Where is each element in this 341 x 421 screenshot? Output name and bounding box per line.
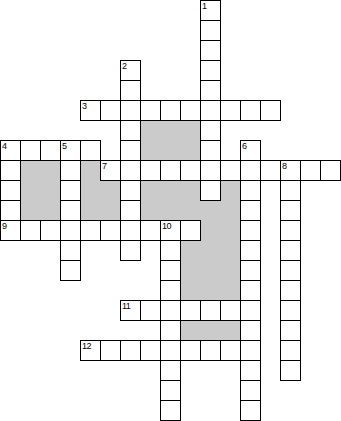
open-cell-r12-c12[interactable] bbox=[240, 240, 261, 261]
blocked-cell-r16-c9 bbox=[180, 320, 201, 341]
clue-number-1: 1 bbox=[202, 1, 207, 11]
open-cell-r7-c0[interactable]: 4 bbox=[0, 140, 21, 161]
blocked-cell-r6-c7 bbox=[140, 120, 161, 141]
open-cell-r15-c6[interactable]: 11 bbox=[120, 300, 141, 321]
clue-number-5: 5 bbox=[62, 141, 67, 151]
open-cell-r7-c10[interactable] bbox=[200, 140, 221, 161]
open-cell-r8-c14[interactable]: 8 bbox=[280, 160, 301, 181]
open-cell-r10-c0[interactable] bbox=[0, 200, 21, 221]
open-cell-r16-c8[interactable] bbox=[160, 320, 181, 341]
blocked-cell-r10-c2 bbox=[40, 200, 61, 221]
open-cell-r18-c14[interactable] bbox=[280, 360, 301, 381]
blocked-cell-r7-c8 bbox=[160, 140, 181, 161]
blocked-cell-r11-c11 bbox=[220, 220, 241, 241]
open-cell-r8-c8[interactable] bbox=[160, 160, 181, 181]
open-cell-r1-c10[interactable] bbox=[200, 20, 221, 41]
open-cell-r15-c12[interactable] bbox=[240, 300, 261, 321]
open-cell-r6-c6[interactable] bbox=[120, 120, 141, 141]
open-cell-r14-c8[interactable] bbox=[160, 280, 181, 301]
open-cell-r9-c10[interactable] bbox=[200, 180, 221, 201]
blocked-cell-r11-c10 bbox=[200, 220, 221, 241]
clue-number-8: 8 bbox=[282, 161, 287, 171]
open-cell-r5-c12[interactable] bbox=[240, 100, 261, 121]
open-cell-r12-c14[interactable] bbox=[280, 240, 301, 261]
blocked-cell-r10-c4 bbox=[80, 200, 101, 221]
open-cell-r2-c10[interactable] bbox=[200, 40, 221, 61]
open-cell-r19-c8[interactable] bbox=[160, 380, 181, 401]
open-cell-r15-c14[interactable] bbox=[280, 300, 301, 321]
open-cell-r17-c11[interactable] bbox=[220, 340, 241, 361]
open-cell-r8-c0[interactable] bbox=[0, 160, 21, 181]
open-cell-r17-c8[interactable] bbox=[160, 340, 181, 361]
open-cell-r4-c6[interactable] bbox=[120, 80, 141, 101]
open-cell-r0-c10[interactable]: 1 bbox=[200, 0, 221, 21]
open-cell-r5-c13[interactable] bbox=[260, 100, 281, 121]
blocked-cell-r14-c9 bbox=[180, 280, 201, 301]
clue-number-3: 3 bbox=[82, 101, 87, 111]
open-cell-r11-c2[interactable] bbox=[40, 220, 61, 241]
blocked-cell-r9-c1 bbox=[20, 180, 41, 201]
open-cell-r5-c4[interactable]: 3 bbox=[80, 100, 101, 121]
blocked-cell-r9-c8 bbox=[160, 180, 181, 201]
open-cell-r10-c12[interactable] bbox=[240, 200, 261, 221]
open-cell-r12-c3[interactable] bbox=[60, 240, 81, 261]
clue-number-9: 9 bbox=[2, 221, 7, 231]
open-cell-r17-c6[interactable] bbox=[120, 340, 141, 361]
blocked-cell-r9-c4 bbox=[80, 180, 101, 201]
clue-number-2: 2 bbox=[122, 61, 127, 71]
open-cell-r8-c3[interactable] bbox=[60, 160, 81, 181]
blocked-cell-r10-c7 bbox=[140, 200, 161, 221]
open-cell-r11-c1[interactable] bbox=[20, 220, 41, 241]
open-cell-r17-c12[interactable] bbox=[240, 340, 261, 361]
blocked-cell-r12-c10 bbox=[200, 240, 221, 261]
clue-number-12: 12 bbox=[82, 341, 91, 351]
open-cell-r5-c9[interactable] bbox=[180, 100, 201, 121]
open-cell-r10-c6[interactable] bbox=[120, 200, 141, 221]
open-cell-r5-c8[interactable] bbox=[160, 100, 181, 121]
open-cell-r17-c14[interactable] bbox=[280, 340, 301, 361]
open-cell-r11-c0[interactable]: 9 bbox=[0, 220, 21, 241]
blocked-cell-r14-c11 bbox=[220, 280, 241, 301]
blocked-cell-r7-c7 bbox=[140, 140, 161, 161]
open-cell-r15-c10[interactable] bbox=[200, 300, 221, 321]
open-cell-r5-c11[interactable] bbox=[220, 100, 241, 121]
open-cell-r12-c8[interactable] bbox=[160, 240, 181, 261]
open-cell-r19-c12[interactable] bbox=[240, 380, 261, 401]
open-cell-r8-c6[interactable] bbox=[120, 160, 141, 181]
clue-number-10: 10 bbox=[162, 221, 171, 231]
open-cell-r8-c10[interactable] bbox=[200, 160, 221, 181]
open-cell-r13-c8[interactable] bbox=[160, 260, 181, 281]
open-cell-r13-c3[interactable] bbox=[60, 260, 81, 281]
open-cell-r17-c9[interactable] bbox=[180, 340, 201, 361]
open-cell-r9-c14[interactable] bbox=[280, 180, 301, 201]
open-cell-r9-c3[interactable] bbox=[60, 180, 81, 201]
open-cell-r17-c5[interactable] bbox=[100, 340, 121, 361]
open-cell-r8-c16[interactable] bbox=[320, 160, 341, 181]
open-cell-r3-c10[interactable] bbox=[200, 60, 221, 81]
open-cell-r15-c9[interactable] bbox=[180, 300, 201, 321]
open-cell-r9-c12[interactable] bbox=[240, 180, 261, 201]
open-cell-r8-c9[interactable] bbox=[180, 160, 201, 181]
open-cell-r16-c12[interactable] bbox=[240, 320, 261, 341]
open-cell-r10-c3[interactable] bbox=[60, 200, 81, 221]
open-cell-r15-c11[interactable] bbox=[220, 300, 241, 321]
open-cell-r7-c12[interactable]: 6 bbox=[240, 140, 261, 161]
crossword-board: 123456789101112 bbox=[0, 0, 341, 421]
open-cell-r20-c8[interactable] bbox=[160, 400, 181, 421]
open-cell-r8-c11[interactable] bbox=[220, 160, 241, 181]
open-cell-r7-c2[interactable] bbox=[40, 140, 61, 161]
blocked-cell-r7-c9 bbox=[180, 140, 201, 161]
blocked-cell-r10-c8 bbox=[160, 200, 181, 221]
open-cell-r16-c14[interactable] bbox=[280, 320, 301, 341]
blocked-cell-r13-c11 bbox=[220, 260, 241, 281]
blocked-cell-r8-c4 bbox=[80, 160, 101, 181]
blocked-cell-r9-c7 bbox=[140, 180, 161, 201]
open-cell-r9-c0[interactable] bbox=[0, 180, 21, 201]
open-cell-r11-c4[interactable] bbox=[80, 220, 101, 241]
open-cell-r13-c12[interactable] bbox=[240, 260, 261, 281]
blocked-cell-r6-c9 bbox=[180, 120, 201, 141]
open-cell-r7-c3[interactable]: 5 bbox=[60, 140, 81, 161]
blocked-cell-r12-c11 bbox=[220, 240, 241, 261]
open-cell-r5-c10[interactable] bbox=[200, 100, 221, 121]
blocked-cell-r13-c9 bbox=[180, 260, 201, 281]
open-cell-r14-c14[interactable] bbox=[280, 280, 301, 301]
blocked-cell-r10-c11 bbox=[220, 200, 241, 221]
blocked-cell-r16-c11 bbox=[220, 320, 241, 341]
open-cell-r7-c4[interactable] bbox=[80, 140, 101, 161]
clue-number-7: 7 bbox=[102, 161, 107, 171]
open-cell-r3-c6[interactable]: 2 bbox=[120, 60, 141, 81]
open-cell-r20-c12[interactable] bbox=[240, 400, 261, 421]
blocked-cell-r9-c5 bbox=[100, 180, 121, 201]
open-cell-r6-c10[interactable] bbox=[200, 120, 221, 141]
open-cell-r8-c15[interactable] bbox=[300, 160, 321, 181]
blocked-cell-r10-c9 bbox=[180, 200, 201, 221]
blocked-cell-r13-c10 bbox=[200, 260, 221, 281]
open-cell-r11-c3[interactable] bbox=[60, 220, 81, 241]
open-cell-r9-c6[interactable] bbox=[120, 180, 141, 201]
clue-number-4: 4 bbox=[2, 141, 7, 151]
open-cell-r7-c6[interactable] bbox=[120, 140, 141, 161]
open-cell-r4-c10[interactable] bbox=[200, 80, 221, 101]
open-cell-r8-c5[interactable]: 7 bbox=[100, 160, 121, 181]
open-cell-r11-c6[interactable] bbox=[120, 220, 141, 241]
blocked-cell-r10-c5 bbox=[100, 200, 121, 221]
open-cell-r7-c1[interactable] bbox=[20, 140, 41, 161]
open-cell-r17-c7[interactable] bbox=[140, 340, 161, 361]
blocked-cell-r10-c10 bbox=[200, 200, 221, 221]
open-cell-r10-c14[interactable] bbox=[280, 200, 301, 221]
blocked-cell-r9-c2 bbox=[40, 180, 61, 201]
open-cell-r17-c10[interactable] bbox=[200, 340, 221, 361]
open-cell-r11-c12[interactable] bbox=[240, 220, 261, 241]
open-cell-r5-c7[interactable] bbox=[140, 100, 161, 121]
open-cell-r18-c8[interactable] bbox=[160, 360, 181, 381]
open-cell-r5-c6[interactable] bbox=[120, 100, 141, 121]
open-cell-r13-c14[interactable] bbox=[280, 260, 301, 281]
blocked-cell-r14-c10 bbox=[200, 280, 221, 301]
open-cell-r12-c6[interactable] bbox=[120, 240, 141, 261]
blocked-cell-r8-c2 bbox=[40, 160, 61, 181]
blocked-cell-r12-c9 bbox=[180, 240, 201, 261]
blocked-cell-r9-c11 bbox=[220, 180, 241, 201]
open-cell-r5-c5[interactable] bbox=[100, 100, 121, 121]
open-cell-r11-c8[interactable]: 10 bbox=[160, 220, 181, 241]
open-cell-r8-c7[interactable] bbox=[140, 160, 161, 181]
blocked-cell-r9-c9 bbox=[180, 180, 201, 201]
open-cell-r15-c8[interactable] bbox=[160, 300, 181, 321]
open-cell-r11-c14[interactable] bbox=[280, 220, 301, 241]
open-cell-r11-c5[interactable] bbox=[100, 220, 121, 241]
blocked-cell-r6-c8 bbox=[160, 120, 181, 141]
open-cell-r15-c7[interactable] bbox=[140, 300, 161, 321]
open-cell-r11-c7[interactable] bbox=[140, 220, 161, 241]
clue-number-11: 11 bbox=[122, 301, 130, 311]
open-cell-r8-c12[interactable] bbox=[240, 160, 261, 181]
blocked-cell-r8-c1 bbox=[20, 160, 41, 181]
blocked-cell-r10-c1 bbox=[20, 200, 41, 221]
open-cell-r17-c4[interactable]: 12 bbox=[80, 340, 101, 361]
open-cell-r11-c9[interactable] bbox=[180, 220, 201, 241]
open-cell-r8-c13[interactable] bbox=[260, 160, 281, 181]
open-cell-r18-c12[interactable] bbox=[240, 360, 261, 381]
clue-number-6: 6 bbox=[242, 141, 247, 151]
open-cell-r14-c12[interactable] bbox=[240, 280, 261, 301]
blocked-cell-r16-c10 bbox=[200, 320, 221, 341]
